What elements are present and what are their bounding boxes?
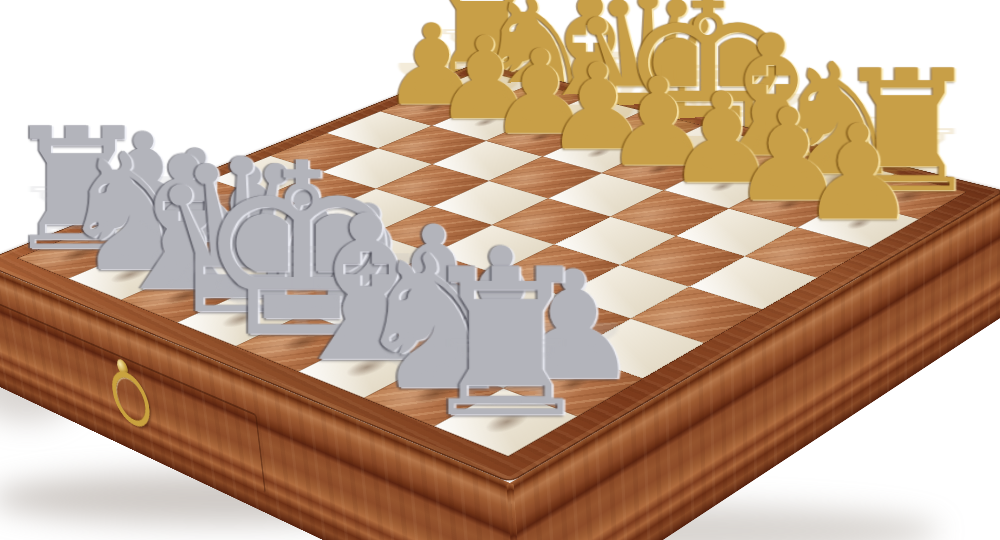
chess-case-top: ♜♟♟♜♞♟♟♞♝♟♟♝♛♟♟♛♚♟♟♚♝♟♟♝♞♟♟♞♜♟♟♜: [18, 71, 966, 457]
product-photo: ♜♟♟♜♞♟♟♞♝♟♟♝♛♟♟♛♚♟♟♚♝♟♟♝♞♟♟♞♜♟♟♜: [0, 0, 1000, 540]
rook-glyph: ♜: [415, 242, 597, 445]
chess-case-scene: ♜♟♟♜♞♟♟♞♝♟♟♝♛♟♟♛♚♟♟♚♝♟♟♝♞♟♟♞♜♟♟♜: [0, 0, 1000, 540]
pawn-glyph: ♟: [799, 108, 917, 239]
